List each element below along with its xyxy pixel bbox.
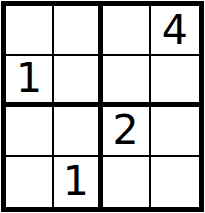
sudoku-board: 4 1 2 1	[1, 1, 204, 212]
cell-r2c1[interactable]: 1	[6, 56, 54, 106]
cell-r1c1[interactable]	[6, 6, 54, 56]
cell-r2c4[interactable]	[151, 56, 199, 106]
cell-r4c2[interactable]: 1	[54, 157, 102, 207]
cell-r1c4[interactable]: 4	[151, 6, 199, 56]
cell-r4c4[interactable]	[151, 157, 199, 207]
cell-r4c3[interactable]	[103, 157, 151, 207]
cell-r3c2[interactable]	[54, 107, 102, 157]
cell-r1c2[interactable]	[54, 6, 102, 56]
cell-r3c4[interactable]	[151, 107, 199, 157]
cell-r2c2[interactable]	[54, 56, 102, 106]
cell-r2c3[interactable]	[103, 56, 151, 106]
cell-r4c1[interactable]	[6, 157, 54, 207]
cell-r3c1[interactable]	[6, 107, 54, 157]
cell-r1c3[interactable]	[103, 6, 151, 56]
cell-r3c3[interactable]: 2	[103, 107, 151, 157]
